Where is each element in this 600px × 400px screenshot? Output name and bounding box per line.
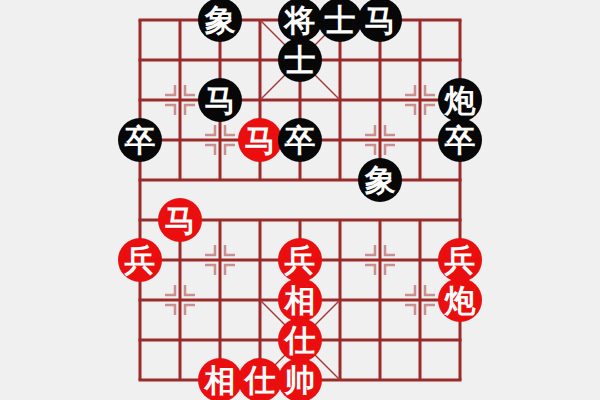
black-general-piece[interactable]: 将 <box>278 0 322 42</box>
red-advisor-piece[interactable]: 仕 <box>278 318 322 362</box>
black-elephant-piece[interactable]: 象 <box>358 158 402 202</box>
red-advisor-piece[interactable]: 仕 <box>238 358 282 400</box>
red-elephant-piece[interactable]: 相 <box>198 358 242 400</box>
black-horse-piece[interactable]: 马 <box>198 78 242 122</box>
red-general-piece[interactable]: 帅 <box>278 358 322 400</box>
red-elephant-piece[interactable]: 相 <box>278 278 322 322</box>
red-horse-piece[interactable]: 马 <box>238 118 282 162</box>
red-horse-piece[interactable]: 马 <box>158 198 202 242</box>
black-cannon-piece[interactable]: 炮 <box>438 78 482 122</box>
red-soldier-piece[interactable]: 兵 <box>438 238 482 282</box>
black-advisor-piece[interactable]: 士 <box>278 38 322 82</box>
piece-grid: 象将士马士马炮卒马卒卒象马兵兵兵相炮仕相仕帅 <box>120 0 480 400</box>
black-soldier-piece[interactable]: 卒 <box>278 118 322 162</box>
xiangqi-board: 象将士马士马炮卒马卒卒象马兵兵兵相炮仕相仕帅 <box>0 0 600 400</box>
red-soldier-piece[interactable]: 兵 <box>118 238 162 282</box>
black-advisor-piece[interactable]: 士 <box>318 0 362 42</box>
red-cannon-piece[interactable]: 炮 <box>438 278 482 322</box>
black-soldier-piece[interactable]: 卒 <box>118 118 162 162</box>
black-horse-piece[interactable]: 马 <box>358 0 402 42</box>
red-soldier-piece[interactable]: 兵 <box>278 238 322 282</box>
black-soldier-piece[interactable]: 卒 <box>438 118 482 162</box>
black-elephant-piece[interactable]: 象 <box>198 0 242 42</box>
